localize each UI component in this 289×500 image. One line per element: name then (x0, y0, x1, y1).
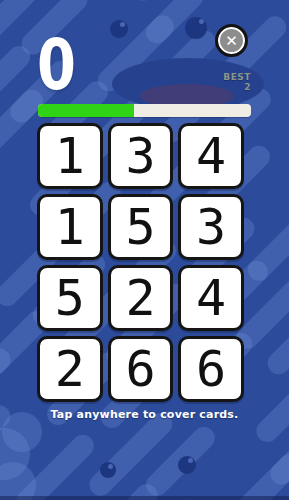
card[interactable]: 5 (108, 194, 174, 260)
card[interactable]: 5 (37, 265, 103, 331)
bg-capsule (11, 430, 98, 500)
bg-capsule (286, 105, 289, 186)
bg-capsule (130, 495, 204, 500)
best-value: 2 (223, 82, 251, 92)
background-ball (178, 456, 196, 474)
bg-capsule (130, 26, 220, 116)
bottom-edge-shade (0, 496, 289, 500)
background-ball (110, 20, 128, 38)
best-label: BEST (223, 72, 251, 82)
card[interactable]: 6 (178, 336, 244, 402)
bg-capsule (0, 300, 2, 367)
card[interactable]: 4 (178, 123, 244, 189)
bg-capsule (142, 0, 208, 48)
progress-bar (38, 104, 251, 117)
bg-capsule (218, 449, 289, 500)
bg-capsule (263, 292, 289, 379)
game-screen[interactable]: 0 ✕ BEST 2 134153524266 Tap anywhere to … (0, 0, 289, 500)
background-ball (185, 17, 207, 39)
card[interactable]: 3 (108, 123, 174, 189)
card[interactable]: 1 (37, 194, 103, 260)
background-cloud (0, 462, 36, 500)
card[interactable]: 2 (108, 265, 174, 331)
card[interactable]: 2 (37, 336, 103, 402)
bg-capsule (255, 464, 289, 500)
progress-fill (38, 104, 134, 117)
bg-capsule (0, 41, 35, 107)
instruction-text: Tap anywhere to cover cards. (0, 408, 289, 421)
background-cloud (0, 428, 30, 480)
card[interactable]: 4 (178, 265, 244, 331)
card[interactable]: 3 (178, 194, 244, 260)
background-ball (100, 462, 116, 478)
bg-capsule (243, 199, 289, 285)
bg-capsule (85, 408, 177, 500)
bg-capsule (0, 344, 15, 435)
bg-capsule (142, 423, 220, 500)
score-value: 0 (37, 34, 76, 96)
bg-capsule (252, 364, 289, 447)
card[interactable]: 6 (108, 336, 174, 402)
card[interactable]: 1 (37, 123, 103, 189)
close-icon: ✕ (225, 32, 238, 50)
bg-capsule (266, 420, 289, 489)
bg-capsule (93, 480, 162, 500)
best-score: BEST 2 (223, 72, 251, 92)
card-grid[interactable]: 134153524266 (37, 123, 244, 402)
close-button[interactable]: ✕ (215, 24, 248, 57)
bg-capsule (127, 0, 207, 5)
bg-capsule (93, 11, 178, 96)
